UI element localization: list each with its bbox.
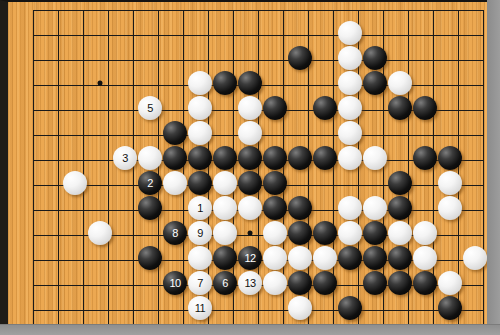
star-point: [98, 81, 103, 86]
board-grid-lines: [33, 10, 484, 326]
window-background-right: [487, 0, 500, 335]
star-point: [98, 231, 103, 236]
star-point: [248, 81, 253, 86]
star-point: [398, 231, 403, 236]
window-background-bottom: [0, 324, 500, 335]
star-point: [398, 81, 403, 86]
app-window: 5321891210761311: [0, 0, 500, 335]
go-board[interactable]: [0, 0, 487, 324]
star-point: [248, 231, 253, 236]
